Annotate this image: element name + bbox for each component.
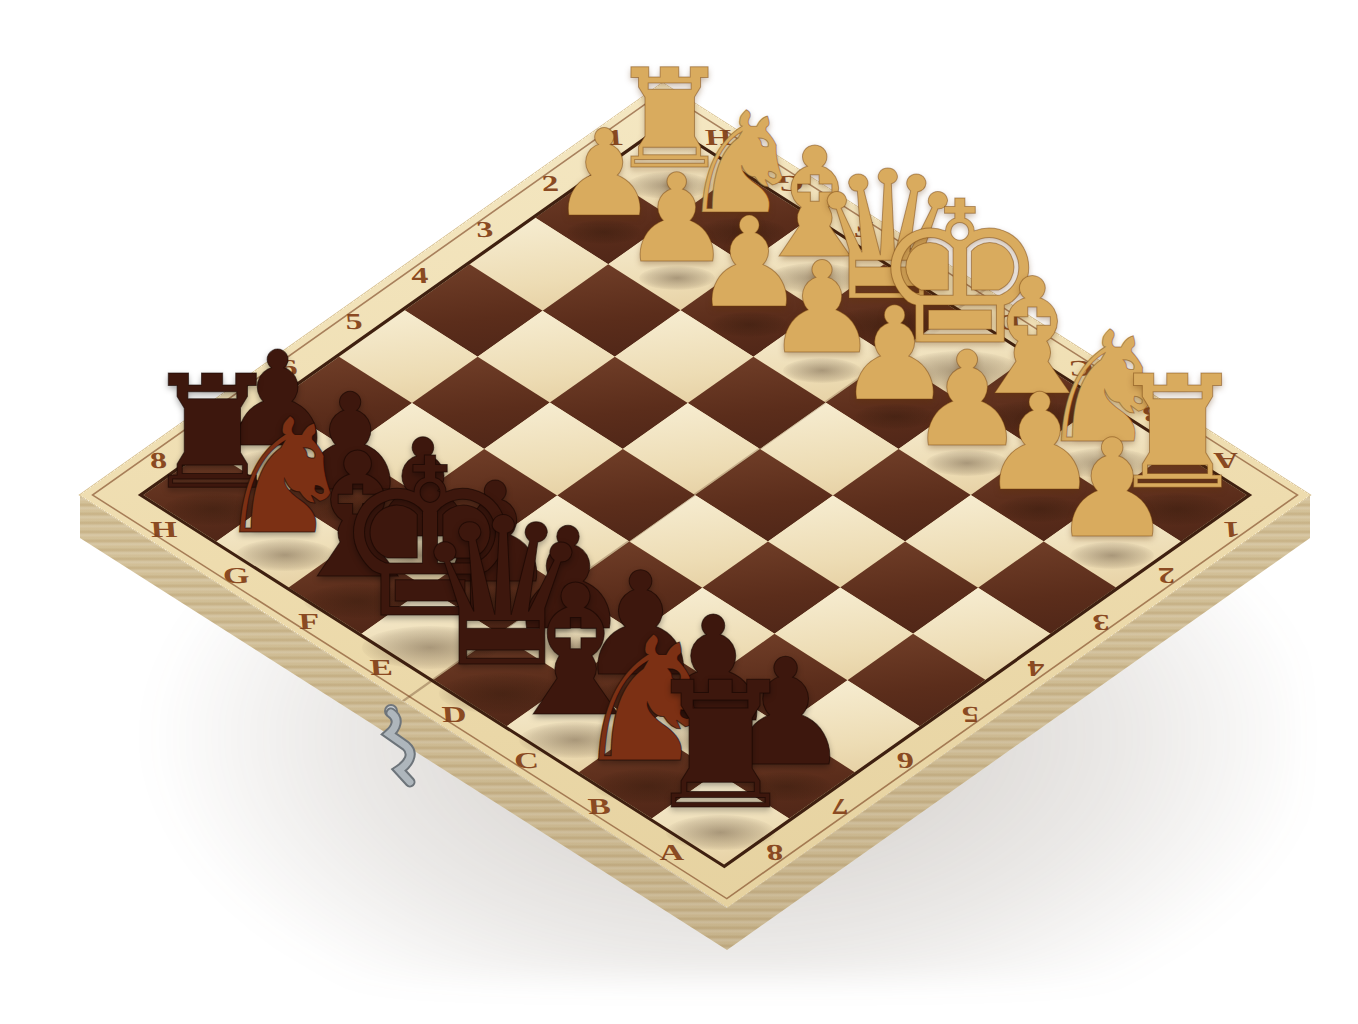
label-rank-afile-7: 7 — [830, 794, 849, 819]
label-rank-afile-3: 3 — [1092, 609, 1111, 634]
label-rank-afile-8: 8 — [765, 840, 784, 865]
label-file-rank1-C: C — [1068, 355, 1095, 380]
label-file-rank1-A: A — [1213, 448, 1240, 473]
label-file-rank8-G: G — [222, 563, 250, 588]
label-rank-afile-2: 2 — [1157, 563, 1176, 588]
label-rank-hfile-3: 3 — [475, 217, 494, 242]
label-rank-hfile-6: 6 — [279, 355, 298, 380]
label-rank-hfile-5: 5 — [345, 309, 364, 334]
label-file-rank8-B: B — [587, 794, 612, 819]
latch-hook-icon — [378, 700, 430, 792]
label-file-rank1-H: H — [704, 124, 732, 149]
label-file-rank8-H: H — [149, 517, 177, 542]
squares-layer — [663, 83, 1311, 495]
label-rank-hfile-8: 8 — [149, 448, 168, 473]
product-photo-scene: HGFEDCBAHGFEDCBA1234567812345678 ♜♞♝♛♚♝♞… — [0, 0, 1358, 1024]
label-file-rank8-A: A — [658, 840, 685, 865]
label-file-rank1-F: F — [852, 217, 875, 242]
label-rank-hfile-1: 1 — [606, 124, 625, 149]
label-file-rank1-E: E — [924, 263, 949, 288]
label-rank-hfile-7: 7 — [214, 402, 233, 427]
label-rank-afile-1: 1 — [1222, 517, 1241, 542]
label-file-rank8-C: C — [513, 748, 540, 773]
label-file-rank8-E: E — [369, 655, 394, 680]
label-file-rank8-D: D — [441, 702, 468, 727]
label-rank-afile-4: 4 — [1026, 655, 1045, 680]
label-rank-afile-6: 6 — [896, 748, 915, 773]
label-file-rank1-D: D — [995, 309, 1022, 334]
label-rank-afile-5: 5 — [961, 702, 980, 727]
label-file-rank1-G: G — [777, 171, 805, 196]
label-rank-hfile-4: 4 — [410, 263, 429, 288]
label-rank-hfile-2: 2 — [541, 171, 560, 196]
label-file-rank1-B: B — [1141, 402, 1166, 427]
label-file-rank8-F: F — [297, 609, 320, 634]
